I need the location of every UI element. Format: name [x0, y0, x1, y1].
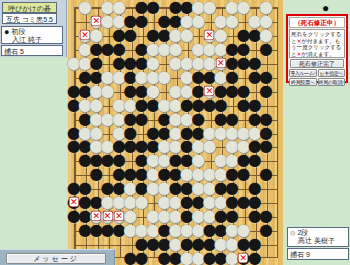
black-captures-box: 捕石 5: [1, 45, 63, 56]
seki-designation-button[interactable]: セキ指定へ: [318, 69, 346, 77]
end-cancel-button[interactable]: 終局の取消へ: [318, 78, 346, 86]
white-player-rank: 2段: [297, 229, 308, 236]
game-type-label: 呼びかけの碁: [8, 5, 51, 12]
instruction-part: が消えます。: [301, 51, 335, 57]
intro-room-button[interactable]: 導入ルームへ: [289, 69, 317, 77]
white-player-box: ● 2段 高辻 美樹子: [287, 227, 349, 247]
message-bar: メッセージ: [0, 249, 115, 265]
finish-correction-button[interactable]: 死石修正完了: [290, 59, 344, 68]
black-player-box: ● 初段 入江 純子: [1, 26, 63, 44]
turn-stone-icon: ●: [322, 1, 329, 15]
rules-box: 互先 コミ黒5.5: [2, 13, 57, 24]
black-stone[interactable]: ●: [134, 250, 150, 265]
white-captures-label: 捕石 9: [290, 251, 310, 258]
white-captures-box: 捕石 9: [287, 248, 349, 260]
status-title: （死石修正中）: [289, 17, 345, 28]
instruction-part: が付きます。: [301, 38, 335, 44]
black-stone-icon: ●: [4, 28, 9, 36]
dead-stone-panel: （死石修正中） 死石をクリックすると✕が付きます。もう一度クリックすると✕が消え…: [286, 14, 348, 83]
go-client-window: 呼びかけの碁 互先 コミ黒5.5 ● 初段 入江 純子 捕石 5 ●●●●●●●…: [0, 0, 350, 265]
game-type-box: 呼びかけの碁: [2, 2, 57, 13]
black-stone[interactable]: ●: [247, 250, 263, 265]
rules-label: 互先 コミ黒5.5: [6, 16, 53, 23]
message-button[interactable]: メッセージ: [6, 253, 106, 264]
black-player-name: 入江 純子: [4, 36, 60, 44]
go-board[interactable]: ●●●●●●●●●●●●●✕●●●●●●●●●●●●●✕●●●●●●●●✕●●●…: [68, 0, 283, 265]
white-player-name: 高辻 美樹子: [290, 237, 346, 245]
end-vote-button[interactable]: 終局投票へ: [289, 78, 317, 86]
black-captures-label: 捕石 5: [4, 48, 24, 55]
black-player-rank: 初段: [11, 28, 25, 35]
white-stone-icon: ●: [290, 229, 295, 237]
instruction-text: 死石をクリックすると✕が付きます。もう一度クリックすると✕が消えます。: [289, 29, 345, 58]
